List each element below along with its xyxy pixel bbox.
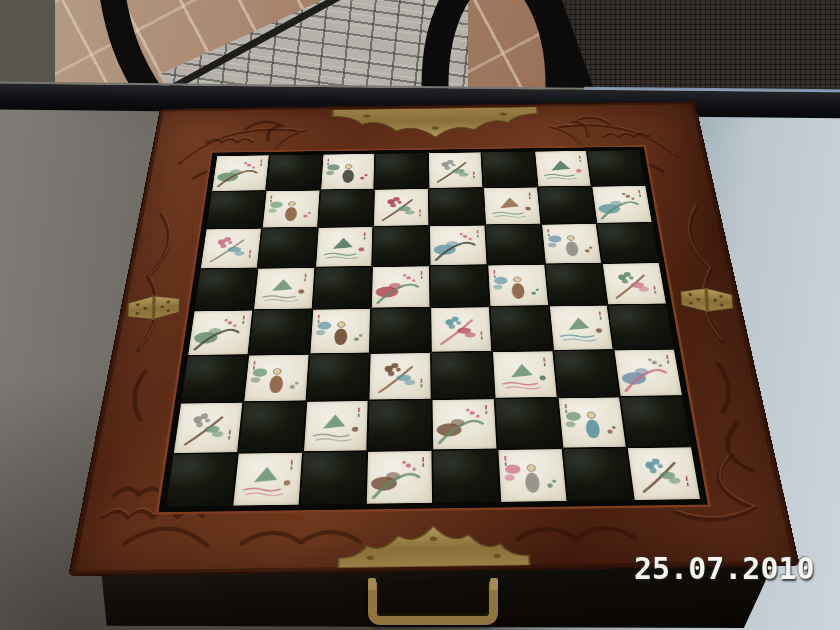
chess-board	[155, 145, 711, 515]
square-c7[interactable]	[318, 189, 373, 226]
square-a4[interactable]	[188, 311, 252, 355]
square-d6[interactable]	[373, 226, 429, 265]
tile-painting-boy-with-blossom	[498, 449, 566, 502]
brass-plate-top	[326, 107, 545, 146]
square-b8[interactable]	[267, 155, 322, 190]
tile-painting-mountain-pines	[628, 447, 700, 500]
square-f2[interactable]	[495, 398, 561, 448]
square-g2[interactable]	[558, 397, 626, 447]
chair-leg-bar	[112, 0, 152, 96]
brass-hinge-right	[678, 284, 736, 316]
square-h3[interactable]	[615, 349, 682, 396]
square-d1[interactable]	[367, 451, 432, 504]
tile-painting-lady-in-garden	[367, 451, 432, 504]
square-h7[interactable]	[592, 186, 651, 223]
square-g3[interactable]	[554, 350, 619, 397]
tile-painting-red-blossom-tree	[316, 227, 373, 266]
square-h2[interactable]	[621, 397, 691, 447]
square-h6[interactable]	[598, 223, 659, 262]
square-e4[interactable]	[431, 307, 491, 351]
square-c1[interactable]	[300, 451, 366, 504]
tile-painting-peony-and-rocks	[233, 452, 302, 505]
handle-mount-left	[368, 578, 376, 590]
square-b6[interactable]	[258, 228, 316, 267]
square-d8[interactable]	[375, 153, 428, 188]
square-e3[interactable]	[432, 352, 494, 399]
square-g1[interactable]	[563, 448, 633, 501]
square-b2[interactable]	[239, 402, 305, 452]
square-d3[interactable]	[370, 353, 431, 400]
tile-painting-boat-on-river	[370, 353, 431, 400]
square-d7[interactable]	[374, 189, 428, 226]
tile-painting-horseman	[542, 224, 601, 263]
tile-painting-deer-in-forest	[174, 403, 242, 453]
square-g4[interactable]	[549, 306, 612, 350]
tile-painting-bird-on-branch	[603, 263, 666, 305]
tile-painting-tree-and-traveller	[429, 152, 482, 187]
square-c5[interactable]	[313, 267, 372, 309]
tile-painting-river-landscape	[592, 186, 651, 223]
date-stamp: 25.07.2010	[634, 551, 815, 586]
square-d2[interactable]	[368, 400, 431, 450]
tile-painting-figures-on-rocks	[212, 155, 268, 190]
square-a5[interactable]	[195, 268, 257, 310]
square-f8[interactable]	[482, 152, 537, 187]
square-b3[interactable]	[244, 354, 308, 401]
tile-painting-red-dragon	[372, 266, 429, 308]
mesh-edge-bar	[168, 0, 348, 90]
brass-handle	[368, 582, 498, 625]
square-c2[interactable]	[304, 401, 368, 451]
brass-hinge-left	[125, 291, 182, 324]
square-b4[interactable]	[249, 310, 311, 354]
square-a8[interactable]	[212, 155, 268, 190]
square-b7[interactable]	[263, 190, 320, 227]
tile-painting-monkey-on-branch	[263, 190, 320, 227]
square-c6[interactable]	[316, 227, 373, 266]
square-e6[interactable]	[430, 226, 486, 265]
square-b5[interactable]	[254, 268, 314, 310]
square-a6[interactable]	[201, 229, 261, 268]
tile-painting-rocks-and-pine	[558, 397, 626, 447]
square-f6[interactable]	[486, 225, 544, 264]
tile-painting-blue-bird	[430, 226, 486, 265]
square-f4[interactable]	[490, 306, 552, 350]
square-a2[interactable]	[174, 403, 242, 453]
square-f5[interactable]	[488, 264, 548, 306]
tile-painting-waterfall-rocks	[310, 309, 370, 353]
square-d4[interactable]	[371, 308, 430, 352]
tile-painting-foliage-and-blossoms	[535, 151, 591, 186]
tile-painting-tiger-in-grass	[188, 311, 252, 355]
brass-plate-bottom	[334, 515, 533, 568]
square-a7[interactable]	[207, 191, 265, 228]
square-h5[interactable]	[603, 263, 666, 305]
square-h4[interactable]	[609, 305, 674, 349]
tile-painting-red-carp	[431, 307, 491, 351]
square-c4[interactable]	[310, 309, 370, 353]
square-b1[interactable]	[233, 452, 302, 505]
tile-painting-ox-cart-landscape	[484, 187, 540, 224]
tile-painting-pink-dragon	[201, 229, 261, 268]
square-d5[interactable]	[372, 266, 429, 308]
handle-mount-right	[490, 578, 498, 590]
square-f3[interactable]	[493, 351, 557, 398]
square-e1[interactable]	[433, 450, 499, 503]
photo: 25.07.2010	[0, 0, 840, 630]
square-g7[interactable]	[538, 186, 596, 223]
square-c3[interactable]	[307, 354, 369, 401]
chess-box	[68, 101, 800, 576]
tile-painting-sage-with-staff	[433, 399, 497, 449]
square-g5[interactable]	[545, 264, 606, 306]
square-g8[interactable]	[535, 151, 591, 186]
tile-painting-galloping-horse	[254, 268, 314, 310]
square-h1[interactable]	[628, 447, 700, 500]
square-f1[interactable]	[498, 449, 566, 502]
square-a1[interactable]	[166, 453, 237, 506]
tile-painting-two-figures	[615, 349, 682, 396]
tile-painting-fisherman	[549, 306, 612, 350]
square-g6[interactable]	[542, 224, 601, 263]
square-a3[interactable]	[181, 355, 247, 402]
tile-painting-ox-and-herder	[304, 401, 368, 451]
square-h8[interactable]	[588, 150, 645, 185]
square-f7[interactable]	[484, 187, 540, 224]
square-e8[interactable]	[429, 152, 482, 187]
carved-wood-frame	[68, 101, 800, 576]
tile-painting-pink-peony	[493, 351, 557, 398]
tile-painting-crane-and-pine	[244, 354, 308, 401]
tile-painting-mountain-stream	[488, 264, 548, 306]
square-e7[interactable]	[429, 188, 484, 225]
square-c8[interactable]	[321, 154, 375, 189]
tile-painting-warrior-figure	[374, 189, 428, 226]
square-e2[interactable]	[433, 399, 497, 449]
tile-painting-bird-and-red-blossoms	[321, 154, 375, 189]
square-e5[interactable]	[431, 265, 489, 307]
